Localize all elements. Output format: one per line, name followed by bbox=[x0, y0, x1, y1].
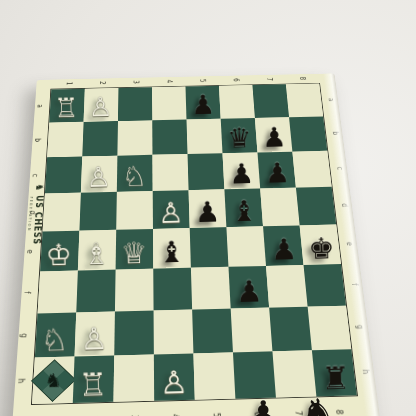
coord-label-1: 1 bbox=[64, 70, 73, 96]
square-b6[interactable]: ♛ bbox=[221, 118, 258, 153]
square-c3[interactable]: ♘ bbox=[117, 155, 153, 192]
square-h5[interactable] bbox=[193, 352, 235, 399]
black-king-e8[interactable]: ♚ bbox=[302, 234, 340, 264]
square-e4[interactable]: ♝ bbox=[153, 228, 191, 269]
square-g3[interactable] bbox=[114, 311, 154, 356]
square-g7[interactable] bbox=[269, 307, 312, 352]
captured-black-knight: ♞ bbox=[300, 394, 338, 416]
square-f6[interactable]: ♟ bbox=[228, 266, 269, 309]
white-rook-h2[interactable]: ♖ bbox=[72, 369, 113, 402]
square-e2[interactable]: ♗ bbox=[78, 230, 116, 271]
square-c7[interactable]: ♟ bbox=[257, 152, 295, 189]
square-f3[interactable] bbox=[115, 269, 154, 312]
square-c2[interactable]: ♙ bbox=[81, 156, 118, 193]
square-b5[interactable] bbox=[186, 119, 222, 154]
white-queen-e3[interactable]: ♕ bbox=[115, 238, 153, 268]
coord-label-g: g bbox=[336, 324, 384, 330]
square-f2[interactable] bbox=[76, 270, 115, 313]
white-knight-c3[interactable]: ♘ bbox=[116, 162, 153, 191]
coord-label-5: 5 bbox=[198, 68, 207, 94]
white-bishop-e2[interactable]: ♗ bbox=[77, 239, 115, 269]
square-d6[interactable]: ♝ bbox=[224, 189, 263, 228]
square-h4[interactable]: ♙ bbox=[154, 353, 195, 400]
coord-label-4: 4 bbox=[165, 68, 173, 94]
square-e6[interactable] bbox=[226, 226, 266, 267]
coord-label-a: a bbox=[310, 97, 352, 101]
board-grid: ♖♙♟♛♟♙♘♟♟♙♟♝♔♗♕♝♟♚♟♘♙♞♖♙♜ bbox=[32, 84, 357, 404]
coord-label-8: 8 bbox=[297, 65, 307, 91]
black-pawn-c7[interactable]: ♟ bbox=[259, 159, 295, 188]
corner-logo-emblem: ♞ bbox=[31, 359, 77, 402]
captured-black-pawn: ♟ bbox=[248, 396, 278, 416]
square-c4[interactable] bbox=[152, 154, 188, 191]
black-queen-b6[interactable]: ♛ bbox=[222, 124, 258, 152]
square-b2[interactable] bbox=[82, 121, 118, 156]
square-d2[interactable] bbox=[79, 192, 116, 231]
square-b7[interactable]: ♟ bbox=[255, 117, 293, 152]
black-pawn-c6[interactable]: ♟ bbox=[224, 160, 260, 189]
white-pawn-d4[interactable]: ♙ bbox=[152, 198, 189, 227]
square-f5[interactable] bbox=[191, 267, 231, 310]
square-d7[interactable] bbox=[260, 188, 299, 227]
white-pawn-h4[interactable]: ♙ bbox=[153, 366, 194, 398]
photo-scene: 12345678 12345678 abcdefgh abcdefgh ♞ US… bbox=[0, 0, 416, 416]
square-e5[interactable] bbox=[190, 227, 229, 268]
black-pawn-a5[interactable]: ♟ bbox=[186, 91, 221, 118]
black-pawn-b7[interactable]: ♟ bbox=[257, 124, 293, 152]
square-f4[interactable] bbox=[153, 268, 192, 311]
coord-label-2: 2 bbox=[98, 70, 106, 96]
square-g5[interactable] bbox=[192, 309, 233, 354]
black-bishop-d6[interactable]: ♝ bbox=[226, 197, 263, 226]
black-pawn-f6[interactable]: ♟ bbox=[230, 276, 269, 307]
square-b4[interactable] bbox=[152, 120, 187, 155]
white-pawn-c2[interactable]: ♙ bbox=[80, 163, 117, 192]
square-c6[interactable]: ♟ bbox=[223, 152, 261, 189]
white-pawn-a2[interactable]: ♙ bbox=[83, 94, 118, 121]
square-h1[interactable]: ♞ bbox=[32, 357, 75, 404]
white-pawn-g2[interactable]: ♙ bbox=[74, 323, 114, 355]
black-bishop-e4[interactable]: ♝ bbox=[153, 237, 191, 267]
square-f7[interactable] bbox=[266, 265, 308, 308]
coord-label-3: 3 bbox=[131, 69, 139, 95]
coord-label-6: 6 bbox=[231, 67, 240, 93]
square-g6[interactable] bbox=[231, 308, 273, 353]
board-perspective-wrap: 12345678 12345678 abcdefgh abcdefgh ♞ US… bbox=[12, 74, 378, 416]
square-g2[interactable]: ♙ bbox=[75, 311, 115, 356]
chess-board: 12345678 12345678 abcdefgh abcdefgh ♞ US… bbox=[12, 74, 378, 416]
emblem-knight-icon: ♞ bbox=[44, 370, 63, 389]
white-rook-a1[interactable]: ♖ bbox=[49, 94, 84, 121]
coord-label-d: d bbox=[322, 203, 367, 208]
white-king-e1[interactable]: ♔ bbox=[40, 240, 78, 270]
square-h2[interactable]: ♖ bbox=[73, 356, 114, 403]
coord-label-e: e bbox=[326, 241, 372, 246]
square-d5[interactable]: ♟ bbox=[189, 189, 227, 228]
square-h6[interactable] bbox=[233, 351, 276, 398]
black-pawn-d5[interactable]: ♟ bbox=[189, 198, 226, 227]
coord-label-c: c bbox=[318, 166, 362, 171]
square-g4[interactable] bbox=[154, 310, 194, 355]
coord-label-b: b bbox=[314, 131, 357, 136]
square-e7[interactable]: ♟ bbox=[263, 225, 303, 266]
black-pawn-e7[interactable]: ♟ bbox=[265, 235, 303, 265]
coord-label-7: 7 bbox=[264, 66, 274, 92]
square-d3[interactable] bbox=[116, 191, 153, 230]
white-knight-g1[interactable]: ♘ bbox=[34, 324, 74, 356]
square-e3[interactable]: ♕ bbox=[116, 229, 154, 270]
coord-label-f: f bbox=[331, 282, 378, 287]
square-b3[interactable] bbox=[117, 120, 152, 155]
square-d4[interactable]: ♙ bbox=[153, 190, 190, 229]
square-c5[interactable] bbox=[188, 153, 225, 190]
square-h3[interactable] bbox=[114, 354, 155, 401]
